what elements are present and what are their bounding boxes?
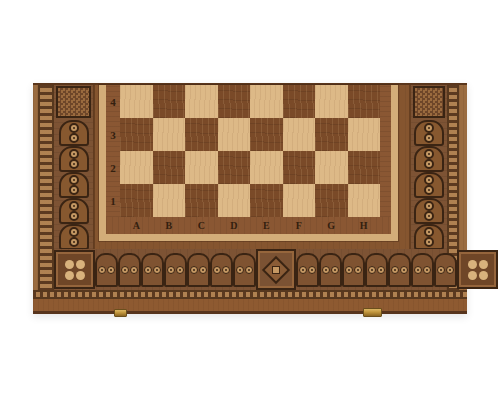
filigree-corner-panel-top-left [56,86,91,118]
square-c2[interactable] [185,151,218,184]
file-label-g: G [327,220,335,231]
carved-ring-icon [400,266,408,274]
box-apron [33,299,467,311]
twin-ring-arch-carving-icon [342,253,365,287]
square-a3[interactable] [120,118,153,151]
square-b1[interactable] [153,184,186,217]
file-label-d: D [230,220,237,231]
square-b3[interactable] [153,118,186,151]
carved-ring-icon [414,266,422,274]
carved-ring-icon [153,266,161,274]
twin-ring-arch-carving-icon [365,253,388,287]
medallion-diamond-icon [262,255,290,283]
carved-ring-icon [354,266,362,274]
file-label-a: A [133,220,140,231]
carved-ring-icon [107,266,115,274]
carved-ring-icon [69,227,79,237]
square-g4[interactable] [315,85,348,118]
carved-ring-icon [69,211,79,221]
carved-ring-icon [69,149,79,159]
double-spiral-carving-icon [59,172,89,198]
file-label-b: B [165,220,172,231]
carved-ring-icon [69,133,79,143]
square-d4[interactable] [218,85,251,118]
product-photo-background: 4321 ABCDEFGH [0,0,500,400]
twin-ring-arch-carving-icon [141,253,164,287]
square-a4[interactable] [120,85,153,118]
center-medallion-carving [256,249,296,290]
twin-ring-arch-carving-icon [434,253,457,287]
four-petal-rosette-icon [65,260,85,280]
rank-label-2: 2 [110,162,116,174]
square-b2[interactable] [153,151,186,184]
square-d3[interactable] [218,118,251,151]
carved-ring-icon [424,149,434,159]
double-spiral-carving-icon [59,198,89,224]
brass-hinge-right [363,308,382,317]
carved-ring-icon [69,123,79,133]
brass-hinge-left [114,309,127,317]
carved-border-right [411,85,447,249]
double-spiral-carving-icon [414,172,444,198]
square-a1[interactable] [120,184,153,217]
carved-border-bottom [54,249,447,290]
filigree-corner-panel-top-right [413,86,445,118]
file-label-h: H [360,220,368,231]
carved-ring-icon [424,159,434,169]
twin-ring-arch-carving-icon [118,253,141,287]
square-a2[interactable] [120,151,153,184]
twin-ring-arch-carving-icon [233,253,256,287]
carved-ring-icon [424,185,434,195]
square-f1[interactable] [283,184,316,217]
carved-ring-icon [190,266,198,274]
carved-ring-icon [69,237,79,247]
carved-ring-icon [322,266,330,274]
rosette-corner-panel-left [54,250,95,289]
carved-ring-icon [69,201,79,211]
carved-ring-icon [437,266,445,274]
file-labels: ABCDEFGH [120,217,380,234]
carved-ring-icon [424,133,434,143]
right-filler-strip [380,85,391,217]
square-g3[interactable] [315,118,348,151]
spiral-carving-column [54,120,93,250]
chess-inset: 4321 ABCDEFGH [99,85,398,241]
twin-ring-arch-carving-icon [319,253,342,287]
carved-ring-icon [69,175,79,185]
square-h2[interactable] [348,151,381,184]
carved-ring-icon [424,201,434,211]
arch-carving-band [296,249,457,290]
twin-ring-arch-carving-icon [187,253,210,287]
rosette-corner-panel-right [457,250,498,289]
square-f2[interactable] [283,151,316,184]
carved-ring-icon [308,266,316,274]
double-spiral-carving-icon [59,146,89,172]
carved-ring-icon [368,266,376,274]
carved-ring-icon [222,266,230,274]
square-f4[interactable] [283,85,316,118]
file-label-f: F [296,220,302,231]
carved-ring-icon [176,266,184,274]
carved-ring-icon [331,266,339,274]
spiral-carving-column [411,120,447,250]
carved-ring-icon [424,227,434,237]
carved-ring-icon [424,211,434,221]
board-field: 4321 ABCDEFGH [93,85,411,249]
square-e4[interactable] [250,85,283,118]
square-h1[interactable] [348,184,381,217]
carved-ring-icon [424,123,434,133]
carved-ring-icon [245,266,253,274]
carved-ring-icon [446,266,454,274]
rank-label-1: 1 [110,195,116,207]
square-h3[interactable] [348,118,381,151]
twin-ring-arch-carving-icon [210,253,233,287]
carved-ring-icon [424,237,434,247]
square-e3[interactable] [250,118,283,151]
bead-molding-bottom [33,290,467,299]
carved-ring-icon [69,159,79,169]
arch-carving-band [95,249,256,290]
twin-ring-arch-carving-icon [164,253,187,287]
square-g1[interactable] [315,184,348,217]
carved-ring-icon [98,266,106,274]
double-spiral-carving-icon [414,224,444,250]
square-e1[interactable] [250,184,283,217]
double-spiral-carving-icon [414,198,444,224]
square-g2[interactable] [315,151,348,184]
medallion-core-icon [272,266,280,274]
square-d2[interactable] [218,151,251,184]
carved-ring-icon [199,266,207,274]
carved-ring-icon [391,266,399,274]
twin-ring-arch-carving-icon [296,253,319,287]
carved-ring-icon [377,266,385,274]
twin-ring-arch-carving-icon [411,253,434,287]
carved-ring-icon [130,266,138,274]
carved-ring-icon [69,185,79,195]
square-b4[interactable] [153,85,186,118]
double-spiral-carving-icon [414,146,444,172]
square-c1[interactable] [185,184,218,217]
file-label-strip: ABCDEFGH [106,217,391,234]
chess-squares [120,85,380,217]
file-label-e: E [263,220,270,231]
carved-ring-icon [144,266,152,274]
double-spiral-carving-icon [414,120,444,146]
carved-ring-icon [167,266,175,274]
rank-label-4: 4 [110,96,116,108]
square-d1[interactable] [218,184,251,217]
square-h4[interactable] [348,85,381,118]
square-f3[interactable] [283,118,316,151]
four-petal-rosette-icon [468,260,488,280]
carved-ring-icon [299,266,307,274]
carved-ring-icon [345,266,353,274]
file-label-c: C [198,220,205,231]
carved-ring-icon [121,266,129,274]
carved-ring-icon [236,266,244,274]
carved-ring-icon [424,175,434,185]
twin-ring-arch-carving-icon [95,253,118,287]
square-c3[interactable] [185,118,218,151]
carved-ring-icon [213,266,221,274]
double-spiral-carving-icon [59,224,89,250]
rank-labels: 4321 [106,85,120,217]
square-c4[interactable] [185,85,218,118]
double-spiral-carving-icon [59,120,89,146]
carved-ring-icon [423,266,431,274]
square-e2[interactable] [250,151,283,184]
chess-board-box: 4321 ABCDEFGH [33,83,467,314]
twin-ring-arch-carving-icon [388,253,411,287]
bead-molding-left [38,85,54,299]
carved-border-left [54,85,93,249]
rank-label-3: 3 [110,129,116,141]
